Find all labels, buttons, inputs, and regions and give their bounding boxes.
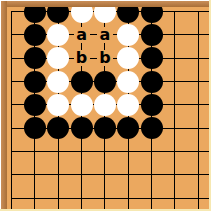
black-stone[interactable] (24, 94, 46, 116)
grid-hline (11, 174, 209, 175)
point-label-b[interactable]: b (74, 50, 90, 66)
white-stone[interactable] (117, 71, 139, 93)
black-stone[interactable] (141, 24, 163, 46)
board-edge-left-highlight (0, 0, 1, 211)
grid-hline (11, 198, 209, 199)
white-stone[interactable] (94, 94, 116, 116)
board-edge-right-trim (209, 0, 211, 211)
black-stone[interactable] (141, 117, 163, 139)
black-stone[interactable] (94, 117, 116, 139)
black-stone[interactable] (94, 71, 116, 93)
point-label-a[interactable]: a (74, 27, 90, 43)
point-label-a[interactable]: a (97, 27, 113, 43)
black-stone[interactable] (71, 71, 93, 93)
white-stone[interactable] (47, 71, 69, 93)
grid-vline (174, 11, 175, 209)
white-stone[interactable] (47, 24, 69, 46)
white-stone[interactable] (117, 24, 139, 46)
go-board: aabb (0, 0, 211, 211)
black-stone[interactable] (71, 117, 93, 139)
white-stone[interactable] (71, 94, 93, 116)
grid-vline (11, 11, 12, 209)
point-label-b[interactable]: b (97, 50, 113, 66)
black-stone[interactable] (24, 47, 46, 69)
black-stone[interactable] (141, 71, 163, 93)
black-stone[interactable] (141, 47, 163, 69)
white-stone[interactable] (117, 94, 139, 116)
black-stone[interactable] (24, 71, 46, 93)
black-stone[interactable] (24, 117, 46, 139)
white-stone[interactable] (47, 94, 69, 116)
board-edge-bottom-trim (0, 209, 211, 211)
grid-hline (11, 151, 209, 152)
black-stone[interactable] (141, 94, 163, 116)
board-edge-left-shadow (1, 1, 7, 211)
board-edge-top-shadow (1, 1, 211, 7)
black-stone[interactable] (24, 24, 46, 46)
grid-vline (198, 11, 199, 209)
board-edge-top-highlight (0, 0, 211, 1)
